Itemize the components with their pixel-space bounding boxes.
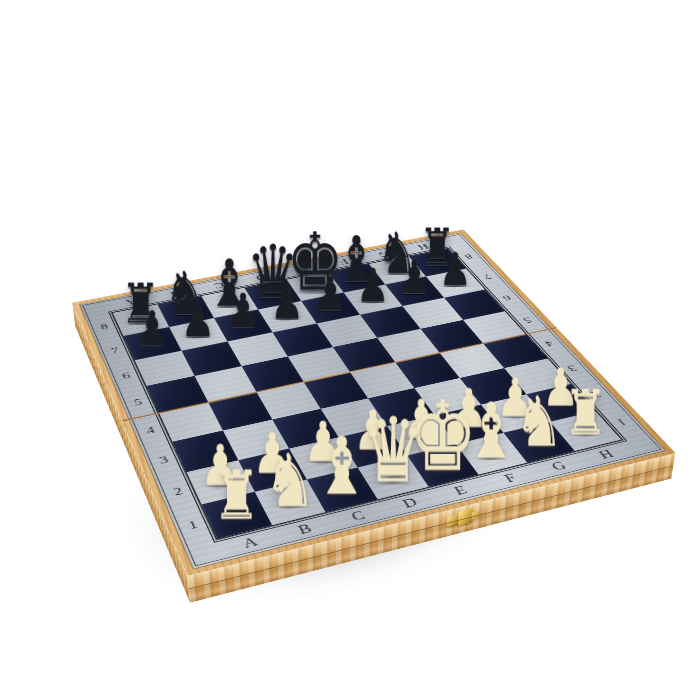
clasp-hasp: [457, 507, 473, 526]
chess-box: ABCDEFGH ABCDEFGH 87654321 87654321 ♜♞♝♛…: [72, 230, 675, 576]
clasp-knob: [471, 510, 479, 520]
scene-3d: ABCDEFGH ABCDEFGH 87654321 87654321 ♜♞♝♛…: [0, 0, 700, 700]
brass-clasp-icon: [446, 505, 482, 531]
product-photo-stage: ABCDEFGH ABCDEFGH 87654321 87654321 ♜♞♝♛…: [0, 0, 700, 700]
board-panel: ABCDEFGH ABCDEFGH 87654321 87654321 ♜♞♝♛…: [80, 233, 665, 568]
